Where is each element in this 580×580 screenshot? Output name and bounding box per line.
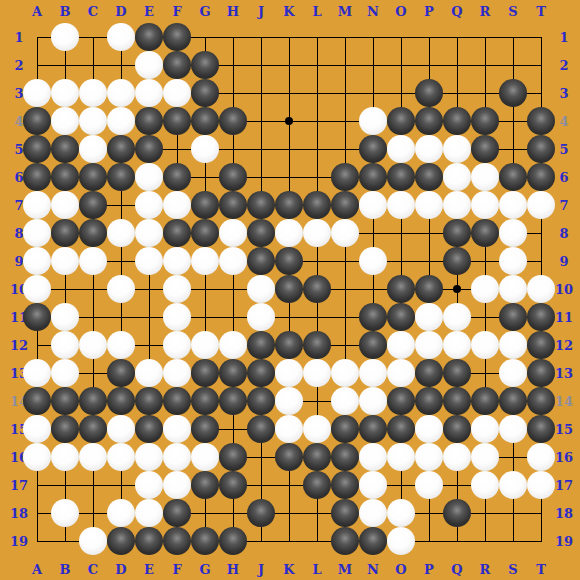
white-stone-E9[interactable] xyxy=(135,247,163,275)
black-stone-G15[interactable] xyxy=(191,415,219,443)
white-stone-S9[interactable] xyxy=(499,247,527,275)
black-stone-J7[interactable] xyxy=(247,191,275,219)
white-stone-B18[interactable] xyxy=(51,499,79,527)
black-stone-P4[interactable] xyxy=(415,107,443,135)
col-label-top: A xyxy=(32,5,42,18)
black-stone-E15[interactable] xyxy=(135,415,163,443)
white-stone-D1[interactable] xyxy=(107,23,135,51)
white-stone-L13[interactable] xyxy=(303,359,331,387)
black-stone-Q18[interactable] xyxy=(443,499,471,527)
black-stone-F6[interactable] xyxy=(163,163,191,191)
col-label-bottom: L xyxy=(312,563,321,576)
black-stone-L7[interactable] xyxy=(303,191,331,219)
black-stone-Q4[interactable] xyxy=(443,107,471,135)
col-label-top: C xyxy=(88,5,98,18)
col-label-top: M xyxy=(338,5,352,18)
white-stone-N17[interactable] xyxy=(359,471,387,499)
black-stone-S6[interactable] xyxy=(499,163,527,191)
white-stone-S7[interactable] xyxy=(499,191,527,219)
white-stone-K14[interactable] xyxy=(275,387,303,415)
white-stone-K8[interactable] xyxy=(275,219,303,247)
black-stone-J8[interactable] xyxy=(247,219,275,247)
white-stone-Q6[interactable] xyxy=(443,163,471,191)
col-label-bottom: E xyxy=(144,563,154,576)
white-stone-B16[interactable] xyxy=(51,443,79,471)
black-stone-P13[interactable] xyxy=(415,359,443,387)
black-stone-B5[interactable] xyxy=(51,135,79,163)
black-stone-T15[interactable] xyxy=(527,415,555,443)
black-stone-T13[interactable] xyxy=(527,359,555,387)
white-stone-F12[interactable] xyxy=(163,331,191,359)
white-stone-C9[interactable] xyxy=(79,247,107,275)
row-label-left: 12 xyxy=(10,339,28,352)
white-stone-T17[interactable] xyxy=(527,471,555,499)
white-stone-R16[interactable] xyxy=(471,443,499,471)
col-label-top: R xyxy=(480,5,491,18)
white-stone-N18[interactable] xyxy=(359,499,387,527)
black-stone-H14[interactable] xyxy=(219,387,247,415)
white-stone-P12[interactable] xyxy=(415,331,443,359)
black-stone-G8[interactable] xyxy=(191,219,219,247)
row-label-right: 10 xyxy=(555,283,573,296)
black-stone-G17[interactable] xyxy=(191,471,219,499)
black-stone-B14[interactable] xyxy=(51,387,79,415)
col-label-top: L xyxy=(312,5,321,18)
col-label-bottom: P xyxy=(424,563,434,576)
white-stone-T16[interactable] xyxy=(527,443,555,471)
black-stone-M15[interactable] xyxy=(331,415,359,443)
black-stone-S11[interactable] xyxy=(499,303,527,331)
black-stone-O6[interactable] xyxy=(387,163,415,191)
col-label-bottom: Q xyxy=(451,563,462,576)
black-stone-T4[interactable] xyxy=(527,107,555,135)
black-stone-H17[interactable] xyxy=(219,471,247,499)
black-stone-A6[interactable] xyxy=(23,163,51,191)
row-label-right: 15 xyxy=(555,423,573,436)
row-label-right: 12 xyxy=(555,339,573,352)
black-stone-E1[interactable] xyxy=(135,23,163,51)
white-stone-F16[interactable] xyxy=(163,443,191,471)
white-stone-J10[interactable] xyxy=(247,275,275,303)
col-label-top: J xyxy=(258,5,264,18)
black-stone-G4[interactable] xyxy=(191,107,219,135)
white-stone-O13[interactable] xyxy=(387,359,415,387)
white-stone-H9[interactable] xyxy=(219,247,247,275)
black-stone-T12[interactable] xyxy=(527,331,555,359)
row-label-right: 9 xyxy=(559,255,568,268)
col-label-top: N xyxy=(367,5,379,18)
white-stone-E7[interactable] xyxy=(135,191,163,219)
white-stone-C16[interactable] xyxy=(79,443,107,471)
white-stone-R10[interactable] xyxy=(471,275,499,303)
white-stone-O7[interactable] xyxy=(387,191,415,219)
black-stone-G2[interactable] xyxy=(191,51,219,79)
white-stone-K15[interactable] xyxy=(275,415,303,443)
white-stone-M13[interactable] xyxy=(331,359,359,387)
black-stone-G14[interactable] xyxy=(191,387,219,415)
white-stone-B4[interactable] xyxy=(51,107,79,135)
white-stone-F11[interactable] xyxy=(163,303,191,331)
black-stone-L12[interactable] xyxy=(303,331,331,359)
white-stone-C5[interactable] xyxy=(79,135,107,163)
col-label-top: F xyxy=(172,5,181,18)
black-stone-M18[interactable] xyxy=(331,499,359,527)
row-label-right: 7 xyxy=(559,199,568,212)
col-label-top: G xyxy=(199,5,210,18)
white-stone-E16[interactable] xyxy=(135,443,163,471)
black-stone-F1[interactable] xyxy=(163,23,191,51)
white-stone-S15[interactable] xyxy=(499,415,527,443)
col-label-bottom: N xyxy=(367,563,379,576)
black-stone-O14[interactable] xyxy=(387,387,415,415)
white-stone-L8[interactable] xyxy=(303,219,331,247)
black-stone-J13[interactable] xyxy=(247,359,275,387)
white-stone-E8[interactable] xyxy=(135,219,163,247)
row-label-right: 14 xyxy=(555,395,573,408)
white-stone-F15[interactable] xyxy=(163,415,191,443)
black-stone-F4[interactable] xyxy=(163,107,191,135)
black-stone-H7[interactable] xyxy=(219,191,247,219)
black-stone-J18[interactable] xyxy=(247,499,275,527)
black-stone-L10[interactable] xyxy=(303,275,331,303)
col-label-bottom: J xyxy=(258,563,264,576)
white-stone-J11[interactable] xyxy=(247,303,275,331)
row-label-right: 13 xyxy=(555,367,573,380)
col-label-top: E xyxy=(144,5,154,18)
black-stone-L17[interactable] xyxy=(303,471,331,499)
white-stone-D8[interactable] xyxy=(107,219,135,247)
black-stone-A5[interactable] xyxy=(23,135,51,163)
white-stone-R17[interactable] xyxy=(471,471,499,499)
white-stone-A3[interactable] xyxy=(23,79,51,107)
white-stone-L15[interactable] xyxy=(303,415,331,443)
grid-line-horizontal xyxy=(37,485,542,486)
white-stone-D3[interactable] xyxy=(107,79,135,107)
col-label-top: K xyxy=(283,5,294,18)
row-label-right: 11 xyxy=(555,311,573,324)
black-stone-F19[interactable] xyxy=(163,527,191,555)
black-stone-N12[interactable] xyxy=(359,331,387,359)
black-stone-A14[interactable] xyxy=(23,387,51,415)
row-label-right: 4 xyxy=(559,115,568,128)
white-stone-R7[interactable] xyxy=(471,191,499,219)
black-stone-T6[interactable] xyxy=(527,163,555,191)
row-label-right: 18 xyxy=(555,507,573,520)
white-stone-S8[interactable] xyxy=(499,219,527,247)
white-stone-D18[interactable] xyxy=(107,499,135,527)
white-stone-P15[interactable] xyxy=(415,415,443,443)
black-stone-D19[interactable] xyxy=(107,527,135,555)
row-label-left: 17 xyxy=(10,479,28,492)
black-stone-R4[interactable] xyxy=(471,107,499,135)
row-label-right: 17 xyxy=(555,479,573,492)
white-stone-E18[interactable] xyxy=(135,499,163,527)
black-stone-J12[interactable] xyxy=(247,331,275,359)
white-stone-B11[interactable] xyxy=(51,303,79,331)
col-label-top: B xyxy=(60,5,71,18)
black-stone-N6[interactable] xyxy=(359,163,387,191)
white-stone-E13[interactable] xyxy=(135,359,163,387)
black-stone-H4[interactable] xyxy=(219,107,247,135)
white-stone-D15[interactable] xyxy=(107,415,135,443)
white-stone-P5[interactable] xyxy=(415,135,443,163)
white-stone-C3[interactable] xyxy=(79,79,107,107)
black-stone-F14[interactable] xyxy=(163,387,191,415)
black-stone-Q8[interactable] xyxy=(443,219,471,247)
black-stone-M7[interactable] xyxy=(331,191,359,219)
black-stone-F18[interactable] xyxy=(163,499,191,527)
col-label-bottom: O xyxy=(395,563,406,576)
black-stone-G3[interactable] xyxy=(191,79,219,107)
black-stone-G19[interactable] xyxy=(191,527,219,555)
black-stone-M16[interactable] xyxy=(331,443,359,471)
white-stone-E2[interactable] xyxy=(135,51,163,79)
white-stone-E17[interactable] xyxy=(135,471,163,499)
white-stone-N16[interactable] xyxy=(359,443,387,471)
col-label-bottom: T xyxy=(536,563,546,576)
black-stone-J15[interactable] xyxy=(247,415,275,443)
white-stone-B3[interactable] xyxy=(51,79,79,107)
black-stone-J14[interactable] xyxy=(247,387,275,415)
white-stone-N4[interactable] xyxy=(359,107,387,135)
white-stone-Q11[interactable] xyxy=(443,303,471,331)
black-stone-F2[interactable] xyxy=(163,51,191,79)
white-stone-T10[interactable] xyxy=(527,275,555,303)
black-stone-C6[interactable] xyxy=(79,163,107,191)
black-stone-G13[interactable] xyxy=(191,359,219,387)
black-stone-Q14[interactable] xyxy=(443,387,471,415)
white-stone-O16[interactable] xyxy=(387,443,415,471)
white-stone-B13[interactable] xyxy=(51,359,79,387)
black-stone-O4[interactable] xyxy=(387,107,415,135)
white-stone-S12[interactable] xyxy=(499,331,527,359)
black-stone-C8[interactable] xyxy=(79,219,107,247)
black-stone-H16[interactable] xyxy=(219,443,247,471)
black-stone-E5[interactable] xyxy=(135,135,163,163)
white-stone-Q16[interactable] xyxy=(443,443,471,471)
black-stone-S14[interactable] xyxy=(499,387,527,415)
white-stone-C12[interactable] xyxy=(79,331,107,359)
black-stone-N5[interactable] xyxy=(359,135,387,163)
star-point xyxy=(285,117,293,125)
black-stone-P10[interactable] xyxy=(415,275,443,303)
row-label-right: 19 xyxy=(555,535,573,548)
black-stone-K12[interactable] xyxy=(275,331,303,359)
white-stone-O19[interactable] xyxy=(387,527,415,555)
white-stone-M8[interactable] xyxy=(331,219,359,247)
col-label-bottom: M xyxy=(338,563,352,576)
white-stone-A8[interactable] xyxy=(23,219,51,247)
white-stone-G12[interactable] xyxy=(191,331,219,359)
white-stone-N14[interactable] xyxy=(359,387,387,415)
white-stone-B9[interactable] xyxy=(51,247,79,275)
white-stone-D10[interactable] xyxy=(107,275,135,303)
col-label-top: S xyxy=(508,5,517,18)
white-stone-G16[interactable] xyxy=(191,443,219,471)
row-label-right: 8 xyxy=(559,227,568,240)
white-stone-E3[interactable] xyxy=(135,79,163,107)
white-stone-Q5[interactable] xyxy=(443,135,471,163)
white-stone-F9[interactable] xyxy=(163,247,191,275)
white-stone-G5[interactable] xyxy=(191,135,219,163)
white-stone-O5[interactable] xyxy=(387,135,415,163)
white-stone-D16[interactable] xyxy=(107,443,135,471)
white-stone-A15[interactable] xyxy=(23,415,51,443)
white-stone-E6[interactable] xyxy=(135,163,163,191)
col-label-bottom: D xyxy=(115,563,126,576)
black-stone-E4[interactable] xyxy=(135,107,163,135)
black-stone-F8[interactable] xyxy=(163,219,191,247)
black-stone-B15[interactable] xyxy=(51,415,79,443)
white-stone-H8[interactable] xyxy=(219,219,247,247)
white-stone-O18[interactable] xyxy=(387,499,415,527)
black-stone-L16[interactable] xyxy=(303,443,331,471)
row-label-left: 19 xyxy=(10,535,28,548)
white-stone-A7[interactable] xyxy=(23,191,51,219)
white-stone-B12[interactable] xyxy=(51,331,79,359)
black-stone-P6[interactable] xyxy=(415,163,443,191)
white-stone-F13[interactable] xyxy=(163,359,191,387)
black-stone-B8[interactable] xyxy=(51,219,79,247)
black-stone-R8[interactable] xyxy=(471,219,499,247)
black-stone-T14[interactable] xyxy=(527,387,555,415)
black-stone-B6[interactable] xyxy=(51,163,79,191)
row-label-left: 2 xyxy=(14,59,23,72)
white-stone-F3[interactable] xyxy=(163,79,191,107)
black-stone-C7[interactable] xyxy=(79,191,107,219)
white-stone-T7[interactable] xyxy=(527,191,555,219)
white-stone-D12[interactable] xyxy=(107,331,135,359)
white-stone-A10[interactable] xyxy=(23,275,51,303)
black-stone-A4[interactable] xyxy=(23,107,51,135)
white-stone-Q12[interactable] xyxy=(443,331,471,359)
black-stone-G7[interactable] xyxy=(191,191,219,219)
black-stone-R5[interactable] xyxy=(471,135,499,163)
white-stone-P11[interactable] xyxy=(415,303,443,331)
white-stone-P7[interactable] xyxy=(415,191,443,219)
col-label-top: T xyxy=(536,5,546,18)
black-stone-P14[interactable] xyxy=(415,387,443,415)
white-stone-F7[interactable] xyxy=(163,191,191,219)
black-stone-D13[interactable] xyxy=(107,359,135,387)
white-stone-B7[interactable] xyxy=(51,191,79,219)
col-label-bottom: K xyxy=(283,563,294,576)
black-stone-T11[interactable] xyxy=(527,303,555,331)
white-stone-C19[interactable] xyxy=(79,527,107,555)
black-stone-Q15[interactable] xyxy=(443,415,471,443)
black-stone-D14[interactable] xyxy=(107,387,135,415)
white-stone-D4[interactable] xyxy=(107,107,135,135)
white-stone-A16[interactable] xyxy=(23,443,51,471)
star-point xyxy=(453,285,461,293)
black-stone-E19[interactable] xyxy=(135,527,163,555)
white-stone-R12[interactable] xyxy=(471,331,499,359)
black-stone-P3[interactable] xyxy=(415,79,443,107)
white-stone-S10[interactable] xyxy=(499,275,527,303)
white-stone-H12[interactable] xyxy=(219,331,247,359)
black-stone-D6[interactable] xyxy=(107,163,135,191)
white-stone-G9[interactable] xyxy=(191,247,219,275)
black-stone-H13[interactable] xyxy=(219,359,247,387)
black-stone-Q9[interactable] xyxy=(443,247,471,275)
black-stone-C15[interactable] xyxy=(79,415,107,443)
row-label-right: 6 xyxy=(559,171,568,184)
white-stone-P16[interactable] xyxy=(415,443,443,471)
col-label-bottom: R xyxy=(480,563,491,576)
col-label-top: D xyxy=(115,5,126,18)
black-stone-N11[interactable] xyxy=(359,303,387,331)
black-stone-K16[interactable] xyxy=(275,443,303,471)
black-stone-H19[interactable] xyxy=(219,527,247,555)
white-stone-P17[interactable] xyxy=(415,471,443,499)
row-label-right: 2 xyxy=(559,59,568,72)
white-stone-A13[interactable] xyxy=(23,359,51,387)
col-label-top: H xyxy=(227,5,239,18)
row-label-right: 3 xyxy=(559,87,568,100)
row-label-right: 5 xyxy=(559,143,568,156)
white-stone-K13[interactable] xyxy=(275,359,303,387)
white-stone-A9[interactable] xyxy=(23,247,51,275)
black-stone-K7[interactable] xyxy=(275,191,303,219)
row-label-right: 1 xyxy=(559,31,568,44)
white-stone-F10[interactable] xyxy=(163,275,191,303)
black-stone-O15[interactable] xyxy=(387,415,415,443)
black-stone-M19[interactable] xyxy=(331,527,359,555)
black-stone-O10[interactable] xyxy=(387,275,415,303)
white-stone-R6[interactable] xyxy=(471,163,499,191)
black-stone-Q13[interactable] xyxy=(443,359,471,387)
white-stone-M14[interactable] xyxy=(331,387,359,415)
col-label-bottom: F xyxy=(172,563,181,576)
black-stone-K9[interactable] xyxy=(275,247,303,275)
white-stone-B1[interactable] xyxy=(51,23,79,51)
white-stone-C4[interactable] xyxy=(79,107,107,135)
col-label-bottom: C xyxy=(88,563,98,576)
black-stone-C14[interactable] xyxy=(79,387,107,415)
black-stone-M6[interactable] xyxy=(331,163,359,191)
white-stone-Q7[interactable] xyxy=(443,191,471,219)
white-stone-S17[interactable] xyxy=(499,471,527,499)
black-stone-R14[interactable] xyxy=(471,387,499,415)
go-board[interactable]: AABBCCDDEEFFGGHHJJKKLLMMNNOOPPQQRRSSTT11… xyxy=(0,0,580,580)
black-stone-D5[interactable] xyxy=(107,135,135,163)
black-stone-H6[interactable] xyxy=(219,163,247,191)
col-label-top: O xyxy=(395,5,406,18)
black-stone-M17[interactable] xyxy=(331,471,359,499)
white-stone-N7[interactable] xyxy=(359,191,387,219)
black-stone-S3[interactable] xyxy=(499,79,527,107)
col-label-bottom: B xyxy=(60,563,71,576)
col-label-top: Q xyxy=(451,5,462,18)
black-stone-K10[interactable] xyxy=(275,275,303,303)
black-stone-E14[interactable] xyxy=(135,387,163,415)
black-stone-J9[interactable] xyxy=(247,247,275,275)
white-stone-F17[interactable] xyxy=(163,471,191,499)
black-stone-N15[interactable] xyxy=(359,415,387,443)
white-stone-O12[interactable] xyxy=(387,331,415,359)
white-stone-R15[interactable] xyxy=(471,415,499,443)
col-label-bottom: A xyxy=(32,563,42,576)
black-stone-N19[interactable] xyxy=(359,527,387,555)
col-label-bottom: H xyxy=(227,563,239,576)
black-stone-O11[interactable] xyxy=(387,303,415,331)
white-stone-S13[interactable] xyxy=(499,359,527,387)
black-stone-A11[interactable] xyxy=(23,303,51,331)
black-stone-T5[interactable] xyxy=(527,135,555,163)
white-stone-N9[interactable] xyxy=(359,247,387,275)
white-stone-N13[interactable] xyxy=(359,359,387,387)
row-label-left: 1 xyxy=(14,31,23,44)
